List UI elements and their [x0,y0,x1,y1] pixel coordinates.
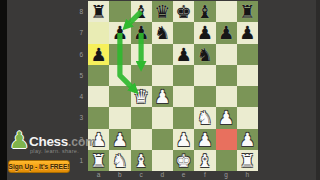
square-d3[interactable] [152,107,173,128]
square-h3[interactable] [237,107,258,128]
chesscom-pawn-logo-icon: ♟ [9,129,30,152]
square-f8[interactable]: ♝ [194,1,215,22]
square-e6[interactable]: ♟ [173,44,194,65]
black-pawn-a6[interactable]: ♟ [88,44,109,65]
file-label-h: h [237,170,258,180]
black-rook-a8[interactable]: ♜ [88,1,109,22]
square-g8[interactable] [216,1,237,22]
black-pawn-f7[interactable]: ♟ [194,22,215,43]
square-g2[interactable] [216,129,237,150]
file-label-g: g [216,170,237,180]
square-c2[interactable] [131,129,152,150]
black-pawn-h7[interactable]: ♟ [237,22,258,43]
square-d4[interactable]: ♟ [152,86,173,107]
file-label-b: b [109,170,130,180]
logo-chess-word: Chess [29,134,68,149]
file-label-c: c [131,170,152,180]
square-a3[interactable] [88,107,109,128]
square-d1[interactable] [152,150,173,171]
rank-label-8: 8 [71,1,83,22]
square-g3[interactable]: ♟ [216,107,237,128]
square-e5[interactable] [173,65,194,86]
square-c1[interactable]: ♝ [131,150,152,171]
black-queen-d8[interactable]: ♛ [152,1,173,22]
white-bishop-c1[interactable]: ♝ [131,150,152,171]
square-c7[interactable]: ♟ [131,22,152,43]
file-label-a: a [88,170,109,180]
black-bishop-f8[interactable]: ♝ [194,1,215,22]
white-pawn-h2[interactable]: ♟ [237,129,258,150]
black-pawn-c7[interactable]: ♟ [131,22,152,43]
square-b4[interactable] [109,86,130,107]
black-rook-h8[interactable]: ♜ [237,1,258,22]
logo-com-suffix: .com [68,135,96,149]
black-pawn-g7[interactable]: ♟ [216,22,237,43]
square-d5[interactable] [152,65,173,86]
file-labels: abcdefgh [88,170,258,180]
square-c3[interactable] [131,107,152,128]
chess-board: ♜♝♛♚♝♜♟♟♞♟♟♟♟♟♞♛♟♞♟♟♟♟♟♟♜♞♝♚♝♜ [88,1,258,171]
file-label-f: f [194,170,215,180]
square-g5[interactable] [216,65,237,86]
square-d8[interactable]: ♛ [152,1,173,22]
square-b1[interactable]: ♞ [109,150,130,171]
rank-label-4: 4 [71,86,83,107]
rank-label-3: 3 [71,107,83,128]
right-letterbox-bar [316,0,320,180]
square-f7[interactable]: ♟ [194,22,215,43]
square-b3[interactable] [109,107,130,128]
black-bishop-c8[interactable]: ♝ [131,1,152,22]
square-c6[interactable] [131,44,152,65]
square-e4[interactable] [173,86,194,107]
square-e8[interactable]: ♚ [173,1,194,22]
square-d7[interactable]: ♞ [152,22,173,43]
square-h6[interactable] [237,44,258,65]
board-squares: ♜♝♛♚♝♜♟♟♞♟♟♟♟♟♞♛♟♞♟♟♟♟♟♟♜♞♝♚♝♜ [88,1,258,171]
square-b8[interactable] [109,1,130,22]
square-a8[interactable]: ♜ [88,1,109,22]
sign-up-button-label: Sign Up - It's FREE! [9,163,70,170]
square-b7[interactable]: ♟ [109,22,130,43]
file-label-e: e [173,170,194,180]
white-knight-b1[interactable]: ♞ [109,150,130,171]
square-a6[interactable]: ♟ [88,44,109,65]
square-e7[interactable] [173,22,194,43]
white-pawn-b2[interactable]: ♟ [109,129,130,150]
square-f2[interactable]: ♟ [194,129,215,150]
white-bishop-f1[interactable]: ♝ [194,150,215,171]
square-e2[interactable]: ♟ [173,129,194,150]
square-b5[interactable] [109,65,130,86]
black-knight-d7[interactable]: ♞ [152,22,173,43]
rank-label-6: 6 [71,44,83,65]
white-knight-f3[interactable]: ♞ [194,107,215,128]
square-a4[interactable] [88,86,109,107]
logo-tagline: play. learn. share. [30,148,90,154]
white-king-e1[interactable]: ♚ [173,150,194,171]
square-f5[interactable] [194,65,215,86]
square-a1[interactable]: ♜ [88,150,109,171]
square-b2[interactable]: ♟ [109,129,130,150]
rank-label-5: 5 [71,65,83,86]
sign-up-button[interactable]: Sign Up - It's FREE! [8,160,70,173]
square-h7[interactable]: ♟ [237,22,258,43]
square-b6[interactable] [109,44,130,65]
white-rook-a1[interactable]: ♜ [88,150,109,171]
square-c4[interactable]: ♛ [131,86,152,107]
black-king-e8[interactable]: ♚ [173,1,194,22]
white-pawn-d4[interactable]: ♟ [152,86,173,107]
black-pawn-e6[interactable]: ♟ [173,44,194,65]
square-f3[interactable]: ♞ [194,107,215,128]
square-g7[interactable]: ♟ [216,22,237,43]
square-g6[interactable] [216,44,237,65]
square-a5[interactable] [88,65,109,86]
square-f1[interactable]: ♝ [194,150,215,171]
white-pawn-e2[interactable]: ♟ [173,129,194,150]
square-g1[interactable] [216,150,237,171]
chesscom-logo: ♟ Chess.com play. learn. share. [9,128,85,158]
square-h2[interactable]: ♟ [237,129,258,150]
black-pawn-b7[interactable]: ♟ [109,22,130,43]
square-d6[interactable] [152,44,173,65]
square-c8[interactable]: ♝ [131,1,152,22]
square-c5[interactable] [131,65,152,86]
square-h1[interactable]: ♜ [237,150,258,171]
square-h4[interactable] [237,86,258,107]
square-a7[interactable] [88,22,109,43]
square-e3[interactable] [173,107,194,128]
square-f4[interactable] [194,86,215,107]
square-g4[interactable] [216,86,237,107]
rank-label-7: 7 [71,22,83,43]
square-e1[interactable]: ♚ [173,150,194,171]
square-f6[interactable]: ♞ [194,44,215,65]
square-h8[interactable]: ♜ [237,1,258,22]
square-d2[interactable] [152,129,173,150]
square-h5[interactable] [237,65,258,86]
black-knight-f6[interactable]: ♞ [194,44,215,65]
white-rook-h1[interactable]: ♜ [237,150,258,171]
white-queen-c4[interactable]: ♛ [131,86,152,107]
file-label-d: d [152,170,173,180]
white-pawn-f2[interactable]: ♟ [194,129,215,150]
white-pawn-g3[interactable]: ♟ [216,107,237,128]
